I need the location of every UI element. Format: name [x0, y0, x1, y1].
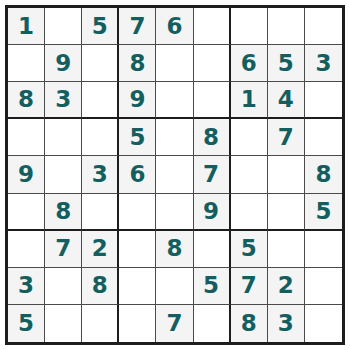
- cell-r6c2: 8: [45, 194, 82, 231]
- cell-r3c3[interactable]: [82, 82, 119, 119]
- cell-r2c6[interactable]: [194, 45, 231, 82]
- cell-r7c3: 2: [82, 231, 119, 268]
- cell-r4c2[interactable]: [45, 119, 82, 156]
- cell-r1c4: 7: [119, 8, 156, 45]
- cell-r8c4[interactable]: [119, 268, 156, 305]
- cell-r2c4: 8: [119, 45, 156, 82]
- cell-r8c2[interactable]: [45, 268, 82, 305]
- cell-r9c7: 8: [231, 305, 268, 342]
- cell-r2c2: 9: [45, 45, 82, 82]
- cell-r7c8[interactable]: [268, 231, 305, 268]
- cell-r5c6: 7: [194, 156, 231, 193]
- cell-r9c1: 5: [8, 305, 45, 342]
- cell-r6c5[interactable]: [156, 194, 193, 231]
- cell-r7c4[interactable]: [119, 231, 156, 268]
- cell-r4c8: 7: [268, 119, 305, 156]
- cell-r6c7[interactable]: [231, 194, 268, 231]
- cell-r4c6: 8: [194, 119, 231, 156]
- cell-r4c5[interactable]: [156, 119, 193, 156]
- cell-r1c3: 5: [82, 8, 119, 45]
- cell-r7c5: 8: [156, 231, 193, 268]
- cell-r8c5[interactable]: [156, 268, 193, 305]
- cell-r4c1[interactable]: [8, 119, 45, 156]
- cell-r9c2[interactable]: [45, 305, 82, 342]
- cell-r9c5: 7: [156, 305, 193, 342]
- cell-r4c3[interactable]: [82, 119, 119, 156]
- cell-r9c8: 3: [268, 305, 305, 342]
- cell-r5c1: 9: [8, 156, 45, 193]
- cell-r5c8[interactable]: [268, 156, 305, 193]
- cell-r5c7[interactable]: [231, 156, 268, 193]
- cell-r5c5[interactable]: [156, 156, 193, 193]
- cell-r6c4[interactable]: [119, 194, 156, 231]
- cell-r1c8[interactable]: [268, 8, 305, 45]
- cell-r3c7: 1: [231, 82, 268, 119]
- cell-r4c9[interactable]: [305, 119, 342, 156]
- cell-r2c3[interactable]: [82, 45, 119, 82]
- cell-r2c5[interactable]: [156, 45, 193, 82]
- cell-r3c6[interactable]: [194, 82, 231, 119]
- cell-r7c2: 7: [45, 231, 82, 268]
- cell-r6c1[interactable]: [8, 194, 45, 231]
- cell-r5c4: 6: [119, 156, 156, 193]
- cell-r2c7: 6: [231, 45, 268, 82]
- cell-r6c8[interactable]: [268, 194, 305, 231]
- cell-r8c6: 5: [194, 268, 231, 305]
- cell-r1c2[interactable]: [45, 8, 82, 45]
- cell-r8c1: 3: [8, 268, 45, 305]
- cell-r4c7[interactable]: [231, 119, 268, 156]
- cell-r2c1[interactable]: [8, 45, 45, 82]
- cell-r9c4[interactable]: [119, 305, 156, 342]
- cell-r8c9[interactable]: [305, 268, 342, 305]
- cell-r2c9: 3: [305, 45, 342, 82]
- cell-r3c4: 9: [119, 82, 156, 119]
- cell-r8c7: 7: [231, 268, 268, 305]
- cell-r2c8: 5: [268, 45, 305, 82]
- cell-r9c9[interactable]: [305, 305, 342, 342]
- cell-r7c6[interactable]: [194, 231, 231, 268]
- sudoku-board: 15769865383914587936788957285385725783: [5, 5, 345, 345]
- cell-r1c6[interactable]: [194, 8, 231, 45]
- cell-r1c1: 1: [8, 8, 45, 45]
- cell-r7c7: 5: [231, 231, 268, 268]
- cell-r6c9: 5: [305, 194, 342, 231]
- cell-r8c8: 2: [268, 268, 305, 305]
- cell-r5c9: 8: [305, 156, 342, 193]
- cell-r1c7[interactable]: [231, 8, 268, 45]
- cell-r5c3: 3: [82, 156, 119, 193]
- cell-r6c3[interactable]: [82, 194, 119, 231]
- cell-r7c1[interactable]: [8, 231, 45, 268]
- cell-r3c1: 8: [8, 82, 45, 119]
- cell-r1c9[interactable]: [305, 8, 342, 45]
- cell-r9c3[interactable]: [82, 305, 119, 342]
- cell-r6c6: 9: [194, 194, 231, 231]
- cell-r8c3: 8: [82, 268, 119, 305]
- cell-r7c9[interactable]: [305, 231, 342, 268]
- cell-r4c4: 5: [119, 119, 156, 156]
- cell-r3c5[interactable]: [156, 82, 193, 119]
- cell-r1c5: 6: [156, 8, 193, 45]
- cell-r3c8: 4: [268, 82, 305, 119]
- cell-r3c9[interactable]: [305, 82, 342, 119]
- cell-r5c2[interactable]: [45, 156, 82, 193]
- cell-r9c6[interactable]: [194, 305, 231, 342]
- cell-r3c2: 3: [45, 82, 82, 119]
